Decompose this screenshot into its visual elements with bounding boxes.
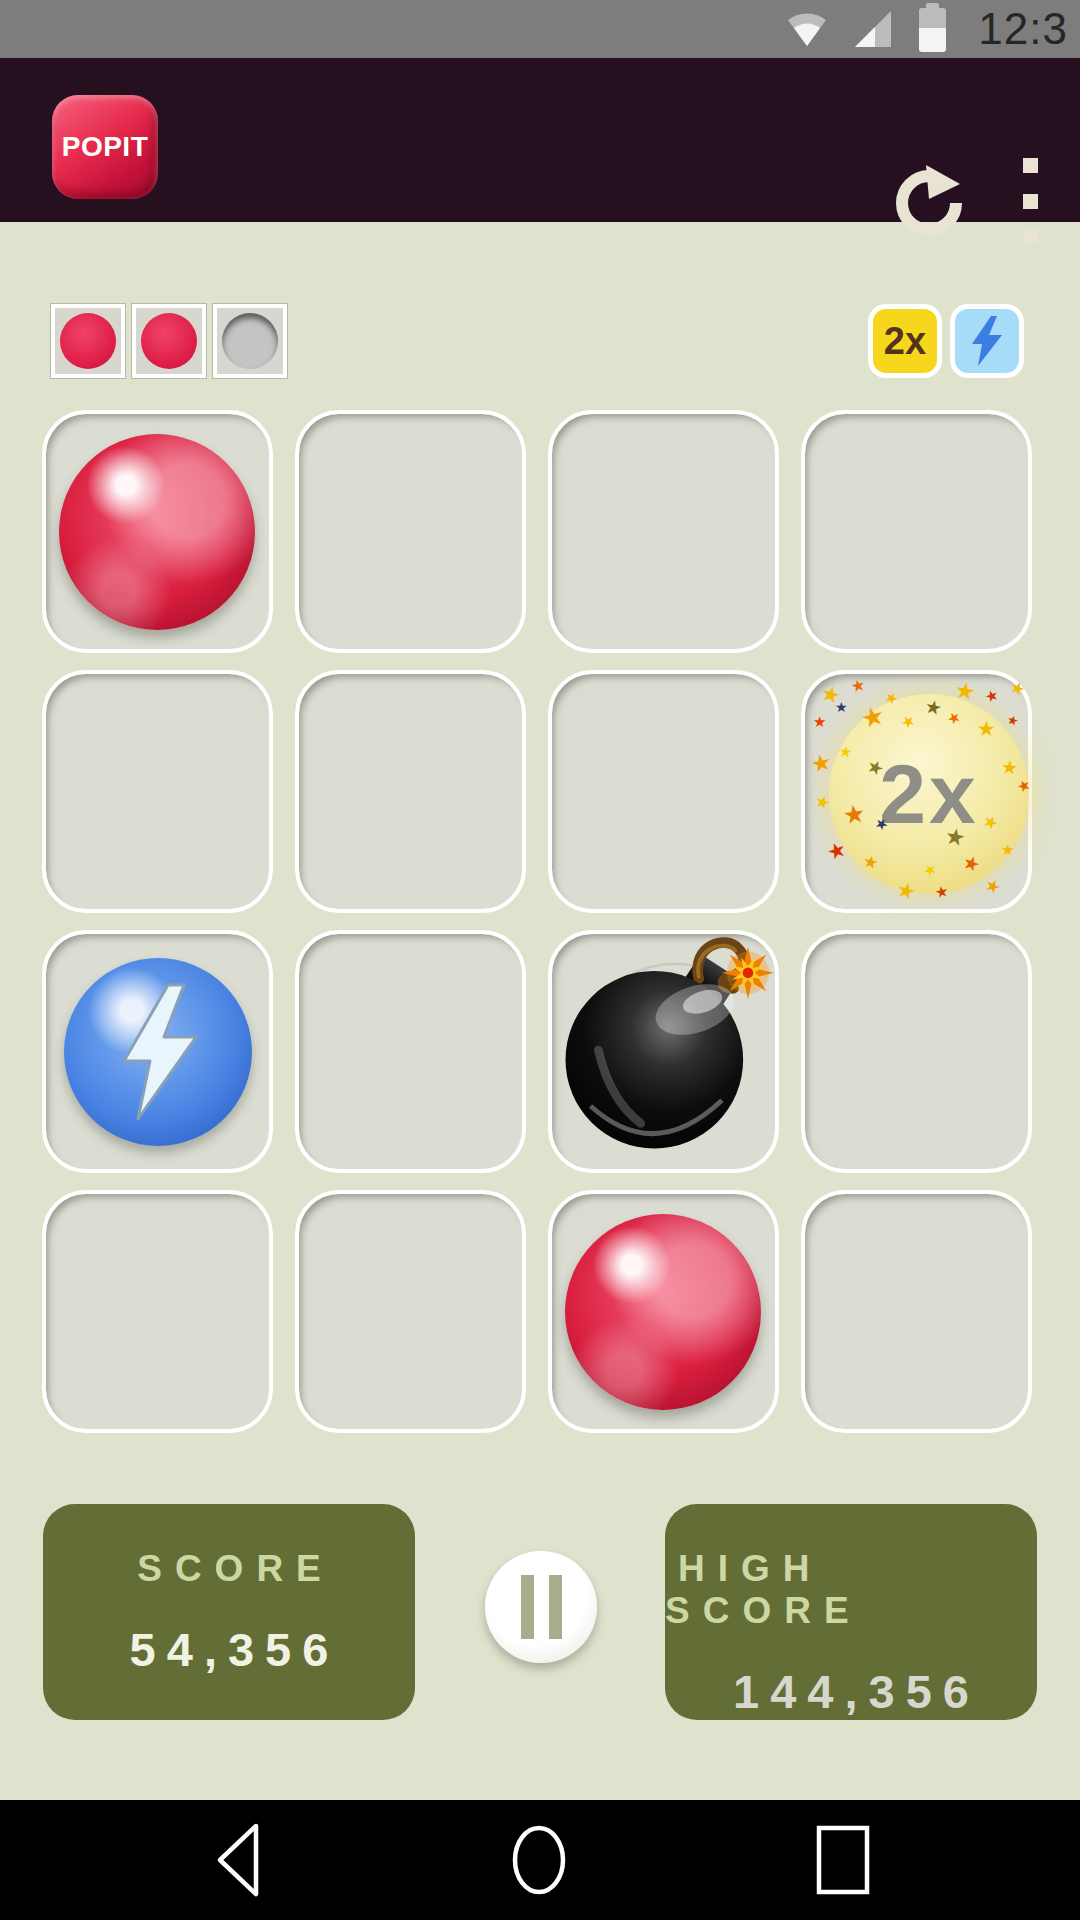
- red-ball[interactable]: [565, 1214, 761, 1410]
- signal-icon: [853, 10, 893, 48]
- queue-slot-2: [132, 304, 206, 378]
- cell-r4-c1[interactable]: [42, 1190, 273, 1433]
- star-icon: [849, 677, 866, 696]
- popit-game-screen: 12:3 POPIT 2x: [0, 0, 1080, 1920]
- star-icon: [818, 682, 843, 708]
- back-button[interactable]: [177, 1800, 297, 1920]
- score-panel: SCORE 54,356: [43, 1504, 415, 1720]
- lightning-icon: [112, 981, 204, 1123]
- recents-icon: [816, 1825, 870, 1895]
- multiplier-ball-label: 2x: [879, 752, 978, 836]
- home-icon: [511, 1824, 567, 1896]
- queue-red-ball: [60, 313, 116, 369]
- pause-icon: [521, 1575, 534, 1639]
- lightning-icon: [968, 315, 1006, 367]
- recents-button[interactable]: [783, 1800, 903, 1920]
- app-bar: POPIT: [0, 58, 1080, 222]
- multiplier-badge-label: 2x: [884, 320, 926, 363]
- cell-r2-c3[interactable]: [548, 670, 779, 913]
- app-logo: POPIT: [52, 95, 158, 199]
- high-score-value: 144,356: [722, 1664, 980, 1719]
- app-title: POPIT: [62, 131, 149, 163]
- cell-r3-c4[interactable]: [801, 930, 1032, 1173]
- cell-r2-c1[interactable]: [42, 670, 273, 913]
- cell-r2-c2[interactable]: [295, 670, 526, 913]
- queue-slot-1: [51, 304, 125, 378]
- star-icon: [983, 686, 1001, 705]
- cell-r1-c3[interactable]: [548, 410, 779, 653]
- overflow-dot-icon: [1023, 194, 1038, 209]
- queue-empty-slot: [222, 313, 278, 369]
- star-icon: [1006, 713, 1021, 729]
- star-icon: [835, 700, 848, 714]
- star-icon: [982, 876, 1003, 898]
- android-nav-bar: [0, 1800, 1080, 1920]
- multiplier-ball[interactable]: 2x: [829, 694, 1029, 894]
- refresh-icon: [892, 163, 966, 239]
- battery-icon: [919, 8, 946, 52]
- home-button[interactable]: [479, 1800, 599, 1920]
- lightning-ball[interactable]: [64, 958, 252, 1146]
- cell-r3-c3[interactable]: [548, 930, 779, 1173]
- status-time: 12:3: [978, 7, 1068, 51]
- overflow-dot-icon: [1023, 158, 1038, 173]
- refresh-button[interactable]: [892, 163, 966, 239]
- cell-r1-c1[interactable]: [42, 410, 273, 653]
- queue-red-ball: [141, 313, 197, 369]
- overflow-dot-icon: [1023, 229, 1038, 244]
- cell-r2-c4[interactable]: 2x: [801, 670, 1032, 913]
- overflow-menu-button[interactable]: [1012, 158, 1048, 244]
- high-score-panel: HIGH SCORE 144,356: [665, 1504, 1037, 1720]
- pause-button[interactable]: [485, 1551, 597, 1663]
- red-ball[interactable]: [59, 434, 255, 630]
- cell-r1-c4[interactable]: [801, 410, 1032, 653]
- next-ball-queue: [51, 304, 287, 378]
- pause-icon: [549, 1575, 562, 1639]
- score-value: 54,356: [119, 1622, 340, 1677]
- cell-r4-c4[interactable]: [801, 1190, 1032, 1433]
- score-label: SCORE: [124, 1548, 334, 1590]
- back-icon: [214, 1822, 260, 1898]
- powerup-badges: 2x: [868, 304, 1024, 378]
- star-icon: [813, 714, 826, 729]
- star-icon: [1007, 678, 1028, 699]
- cell-r4-c2[interactable]: [295, 1190, 526, 1433]
- status-bar: 12:3: [0, 0, 1080, 58]
- wifi-icon: [787, 10, 827, 48]
- multiplier-badge[interactable]: 2x: [868, 304, 942, 378]
- cell-r3-c2[interactable]: [295, 930, 526, 1173]
- bomb-icon[interactable]: [552, 934, 775, 1169]
- cell-r1-c2[interactable]: [295, 410, 526, 653]
- high-score-label: HIGH SCORE: [665, 1548, 1037, 1632]
- cell-r3-c1[interactable]: [42, 930, 273, 1173]
- star-icon: [809, 750, 834, 777]
- cell-r4-c3[interactable]: [548, 1190, 779, 1433]
- game-board: 2x: [42, 410, 1032, 1433]
- queue-slot-3: [213, 304, 287, 378]
- lightning-badge[interactable]: [950, 304, 1024, 378]
